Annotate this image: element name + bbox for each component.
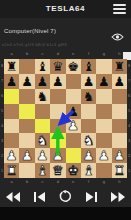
square-f7[interactable]: ♟ [81,74,96,89]
square-a2[interactable]: ♟ [4,148,19,163]
square-b6[interactable] [19,89,34,104]
square-b2[interactable]: ♟ [19,148,34,163]
file-labels-bottom: abcdefgh [4,179,127,185]
square-e5[interactable]: ♟ [66,104,81,119]
piece-wn-c3[interactable]: ♞ [35,133,50,148]
file-label-f: f [81,179,96,185]
square-a1[interactable]: ♜ [4,163,19,178]
square-e7[interactable] [66,74,81,89]
piece-wp-e4[interactable]: ♟ [66,119,81,134]
square-d2[interactable]: ♟ [50,148,65,163]
file-label-b: b [19,179,34,185]
rank-label-3: 3 [127,139,131,143]
square-g3[interactable] [96,133,111,148]
square-c1[interactable]: ♝ [35,163,50,178]
square-d6[interactable] [50,89,65,104]
square-a7[interactable]: ♟ [4,74,19,89]
square-h6[interactable] [112,89,127,104]
square-g7[interactable]: ♟ [96,74,111,89]
piece-wp-b2[interactable]: ♟ [19,148,34,163]
square-f1[interactable]: ♝ [81,163,96,178]
rank-label-4: 4 [127,124,131,128]
square-d5[interactable] [50,104,65,119]
rank-labels-right: 87654321 [127,59,131,178]
step-back-button[interactable] [31,190,47,204]
square-c8[interactable]: ♝ [35,59,50,74]
piece-bp-f7[interactable]: ♟ [81,74,96,89]
chess-board[interactable]: ♜♝♛♚♝♜♟♟♟♟♟♟♟♞♞♟♟♞♞♟♟♟♟♟♟♟♜♝♛♚♝♜ [4,59,127,178]
square-f6[interactable]: ♞ [81,89,96,104]
square-a5[interactable] [4,104,19,119]
top-bar: TESLA64 [0,0,131,18]
piece-wr-h1[interactable]: ♜ [112,163,127,178]
piece-bb-c8[interactable]: ♝ [35,59,50,74]
tesla64-app: TESLA64 Computer(Nivel 7) e2e4 e7e5 g1f3… [0,0,131,220]
piece-wq-d1[interactable]: ♛ [50,163,65,178]
square-b1[interactable] [19,163,34,178]
square-b7[interactable]: ♟ [19,74,34,89]
android-nav-strip [0,207,131,220]
square-f2[interactable]: ♟ [81,148,96,163]
square-a4[interactable] [4,119,19,134]
square-a3[interactable] [4,133,19,148]
square-a6[interactable] [4,89,19,104]
square-b3[interactable] [19,133,34,148]
piece-wb-f1[interactable]: ♝ [81,163,96,178]
rank-label-7: 7 [127,79,131,83]
fast-forward-button[interactable] [110,190,126,204]
opponent-label: Computer(Nivel 7) [4,28,56,34]
menu-icon[interactable] [113,4,126,14]
square-g5[interactable] [96,104,111,119]
piece-bp-b7[interactable]: ♟ [19,74,34,89]
piece-bp-e5[interactable]: ♟ [66,104,81,119]
rank-label-5: 5 [127,109,131,113]
piece-wk-e1[interactable]: ♚ [66,163,81,178]
piece-bp-a7[interactable]: ♟ [4,74,19,89]
file-label-e: e [66,51,81,57]
rank-label-2: 2 [127,154,131,158]
square-h5[interactable] [112,104,127,119]
file-label-h: h [112,179,127,185]
piece-bq-d8[interactable]: ♛ [50,59,65,74]
square-g2[interactable]: ♟ [96,148,111,163]
square-g6[interactable] [96,89,111,104]
file-label-f: f [81,51,96,57]
piece-bp-h7[interactable]: ♟ [112,74,127,89]
square-g4[interactable] [96,119,111,134]
square-e3[interactable] [66,133,81,148]
square-g1[interactable] [96,163,111,178]
file-label-g: g [96,179,111,185]
file-label-a: a [4,179,19,185]
square-h4[interactable] [112,119,127,134]
square-a8[interactable]: ♜ [4,59,19,74]
piece-bp-d7[interactable]: ♟ [50,74,65,89]
square-h8[interactable]: ♜ [112,59,127,74]
piece-wb-c1[interactable]: ♝ [35,163,50,178]
square-h1[interactable]: ♜ [112,163,127,178]
square-c2[interactable]: ♟ [35,148,50,163]
piece-wr-a1[interactable]: ♜ [4,163,19,178]
square-f5[interactable] [81,104,96,119]
square-c5[interactable] [35,104,50,119]
rank-label-1: 1 [127,169,131,173]
square-g8[interactable] [96,59,111,74]
square-e1[interactable]: ♚ [66,163,81,178]
square-f8[interactable]: ♝ [81,59,96,74]
square-d1[interactable]: ♛ [50,163,65,178]
file-label-b: b [19,51,34,57]
piece-bp-g7[interactable]: ♟ [96,74,111,89]
fast-rewind-button[interactable] [5,190,21,204]
file-label-d: d [50,51,65,57]
flip-board-button[interactable] [57,190,73,204]
square-c3[interactable]: ♞ [35,133,50,148]
square-c4[interactable] [35,119,50,134]
square-b5[interactable] [19,104,34,119]
square-h7[interactable]: ♟ [112,74,127,89]
square-e2[interactable] [66,148,81,163]
piece-wp-c2[interactable]: ♟ [35,148,50,163]
file-label-c: c [35,179,50,185]
piece-bn-f6[interactable]: ♞ [81,89,96,104]
square-e4[interactable]: ♟ [66,119,81,134]
piece-wp-f2[interactable]: ♟ [81,148,96,163]
piece-wp-h2[interactable]: ♟ [112,148,127,163]
file-label-e: e [66,179,81,185]
file-labels-top: abcdefgh [4,51,127,57]
rank-label-6: 6 [127,94,131,98]
file-label-g: g [96,51,111,57]
square-f3[interactable]: ♞ [81,133,96,148]
piece-bb-f8[interactable]: ♝ [81,59,96,74]
piece-wp-g2[interactable]: ♟ [96,148,111,163]
square-b8[interactable] [19,59,34,74]
piece-bp-c7[interactable]: ♟ [35,74,50,89]
file-label-d: d [50,179,65,185]
rank-label-8: 8 [127,64,131,68]
file-label-c: c [35,51,50,57]
square-d3[interactable] [50,133,65,148]
square-c6[interactable]: ♞ [35,89,50,104]
piece-br-h8[interactable]: ♜ [112,59,127,74]
square-f4[interactable] [81,119,96,134]
piece-bk-e8[interactable]: ♚ [66,59,81,74]
square-d7[interactable]: ♟ [50,74,65,89]
square-c7[interactable]: ♟ [35,74,50,89]
piece-wp-a2[interactable]: ♟ [4,148,19,163]
piece-bn-c6[interactable]: ♞ [35,89,50,104]
square-e6[interactable] [66,89,81,104]
eye-icon[interactable] [111,28,124,38]
move-list: e2e4 e7e5 g1f3 b8c6 b1c3 g8f6 [2,42,120,47]
square-h3[interactable] [112,133,127,148]
app-title: TESLA64 [0,0,131,18]
square-d8[interactable]: ♛ [50,59,65,74]
file-label-h: h [112,51,127,57]
square-e8[interactable]: ♚ [66,59,81,74]
playback-toolbar [0,186,131,207]
square-b4[interactable] [19,119,34,134]
square-d4[interactable] [50,119,65,134]
square-h2[interactable]: ♟ [112,148,127,163]
piece-wn-f3[interactable]: ♞ [81,133,96,148]
file-label-a: a [4,51,19,57]
piece-br-a8[interactable]: ♜ [4,59,19,74]
piece-wp-d2[interactable]: ♟ [50,148,65,163]
step-forward-button[interactable] [84,190,100,204]
